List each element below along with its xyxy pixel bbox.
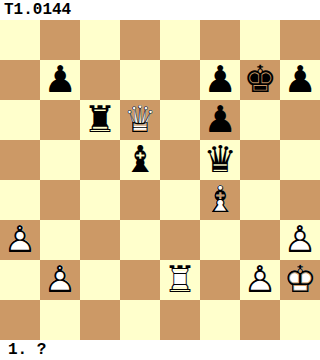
square-b2[interactable]: ♟♙ (40, 260, 80, 300)
piece-white-pawn: ♙ (283, 220, 316, 260)
square-b1[interactable] (40, 300, 80, 340)
piece-white-pawn: ♙ (3, 220, 36, 260)
square-a2[interactable] (0, 260, 40, 300)
square-d3[interactable] (120, 220, 160, 260)
square-h2[interactable]: ♚♔ (280, 260, 320, 300)
square-h1[interactable] (280, 300, 320, 340)
square-g3[interactable] (240, 220, 280, 260)
chess-board: ♟♟♚♟♜♛♕♟♝♛♝♗♟♙♟♙♟♙♜♖♟♙♚♔ (0, 20, 320, 340)
piece-black-pawn: ♟ (203, 100, 236, 140)
square-d6[interactable]: ♛♕ (120, 100, 160, 140)
square-h3[interactable]: ♟♙ (280, 220, 320, 260)
square-d4[interactable] (120, 180, 160, 220)
square-h6[interactable] (280, 100, 320, 140)
square-d8[interactable] (120, 20, 160, 60)
square-c6[interactable]: ♜ (80, 100, 120, 140)
piece-white-pawn: ♙ (243, 260, 276, 300)
square-e5[interactable] (160, 140, 200, 180)
piece-white-pawn: ♙ (43, 260, 76, 300)
square-a4[interactable] (0, 180, 40, 220)
square-g8[interactable] (240, 20, 280, 60)
square-d2[interactable] (120, 260, 160, 300)
square-f2[interactable] (200, 260, 240, 300)
square-b4[interactable] (40, 180, 80, 220)
move-prompt: 1. ? (0, 340, 320, 360)
square-e6[interactable] (160, 100, 200, 140)
square-d7[interactable] (120, 60, 160, 100)
square-c1[interactable] (80, 300, 120, 340)
square-h8[interactable] (280, 20, 320, 60)
square-b6[interactable] (40, 100, 80, 140)
piece-black-pawn: ♟ (203, 60, 236, 100)
square-c7[interactable] (80, 60, 120, 100)
piece-black-bishop: ♝ (123, 140, 156, 180)
square-f3[interactable] (200, 220, 240, 260)
square-c2[interactable] (80, 260, 120, 300)
square-g7[interactable]: ♚ (240, 60, 280, 100)
piece-white-bishop: ♗ (203, 180, 236, 220)
square-d1[interactable] (120, 300, 160, 340)
square-e8[interactable] (160, 20, 200, 60)
square-c4[interactable] (80, 180, 120, 220)
square-f5[interactable]: ♛ (200, 140, 240, 180)
square-g1[interactable] (240, 300, 280, 340)
square-h7[interactable]: ♟ (280, 60, 320, 100)
square-a3[interactable]: ♟♙ (0, 220, 40, 260)
square-b5[interactable] (40, 140, 80, 180)
square-c8[interactable] (80, 20, 120, 60)
square-f7[interactable]: ♟ (200, 60, 240, 100)
square-g5[interactable] (240, 140, 280, 180)
square-c5[interactable] (80, 140, 120, 180)
square-a5[interactable] (0, 140, 40, 180)
piece-white-rook: ♖ (163, 260, 196, 300)
square-a1[interactable] (0, 300, 40, 340)
square-d5[interactable]: ♝ (120, 140, 160, 180)
piece-black-pawn: ♟ (43, 60, 76, 100)
square-f6[interactable]: ♟ (200, 100, 240, 140)
puzzle-id: T1.0144 (0, 0, 320, 20)
square-f8[interactable] (200, 20, 240, 60)
square-h4[interactable] (280, 180, 320, 220)
square-g6[interactable] (240, 100, 280, 140)
square-h5[interactable] (280, 140, 320, 180)
square-g2[interactable]: ♟♙ (240, 260, 280, 300)
piece-black-queen: ♛ (203, 140, 236, 180)
square-a7[interactable] (0, 60, 40, 100)
square-g4[interactable] (240, 180, 280, 220)
square-a6[interactable] (0, 100, 40, 140)
square-e1[interactable] (160, 300, 200, 340)
square-e7[interactable] (160, 60, 200, 100)
piece-black-king: ♚ (243, 60, 276, 100)
piece-white-queen: ♕ (123, 100, 156, 140)
square-c3[interactable] (80, 220, 120, 260)
piece-black-rook: ♜ (83, 100, 116, 140)
piece-black-pawn: ♟ (283, 60, 316, 100)
square-e3[interactable] (160, 220, 200, 260)
square-b8[interactable] (40, 20, 80, 60)
square-b3[interactable] (40, 220, 80, 260)
square-f4[interactable]: ♝♗ (200, 180, 240, 220)
square-e4[interactable] (160, 180, 200, 220)
square-f1[interactable] (200, 300, 240, 340)
square-a8[interactable] (0, 20, 40, 60)
square-e2[interactable]: ♜♖ (160, 260, 200, 300)
square-b7[interactable]: ♟ (40, 60, 80, 100)
piece-white-king: ♔ (283, 260, 316, 300)
